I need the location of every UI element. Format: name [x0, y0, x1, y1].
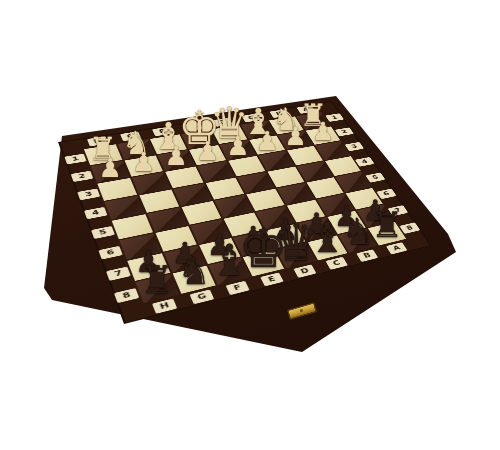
label-file-bottom-A: A [386, 242, 407, 254]
label-rank-left-8: 8 [114, 288, 139, 303]
label-rank-right-3: 3 [345, 142, 364, 151]
label-rank-left-5: 5 [91, 226, 115, 239]
label-rank-left-7: 7 [106, 267, 131, 281]
label-rank-right-2: 2 [335, 127, 354, 136]
label-rank-right-6: 6 [376, 189, 396, 200]
label-file-bottom-D: D [293, 264, 316, 277]
product-photo-stage: 11HH22GG33FF44EE55DD66CC77BB88AA ♜♞♝♛♚♝♞… [0, 0, 500, 450]
label-rank-left-4: 4 [84, 207, 107, 219]
label-rank-left-2: 2 [71, 171, 94, 182]
label-rank-right-5: 5 [365, 173, 385, 183]
label-file-bottom-B: B [356, 249, 378, 262]
label-rank-right-8: 8 [399, 222, 420, 234]
label-file-bottom-C: C [325, 257, 347, 270]
label-file-bottom-F: F [226, 281, 250, 295]
label-file-bottom-G: G [190, 289, 215, 304]
label-rank-left-3: 3 [77, 189, 100, 201]
label-rank-right-4: 4 [355, 157, 375, 167]
label-rank-right-7: 7 [388, 205, 408, 216]
label-rank-left-6: 6 [98, 246, 122, 260]
label-rank-left-1: 1 [64, 154, 86, 165]
label-rank-right-1: 1 [325, 113, 344, 122]
label-file-bottom-E: E [260, 272, 283, 286]
